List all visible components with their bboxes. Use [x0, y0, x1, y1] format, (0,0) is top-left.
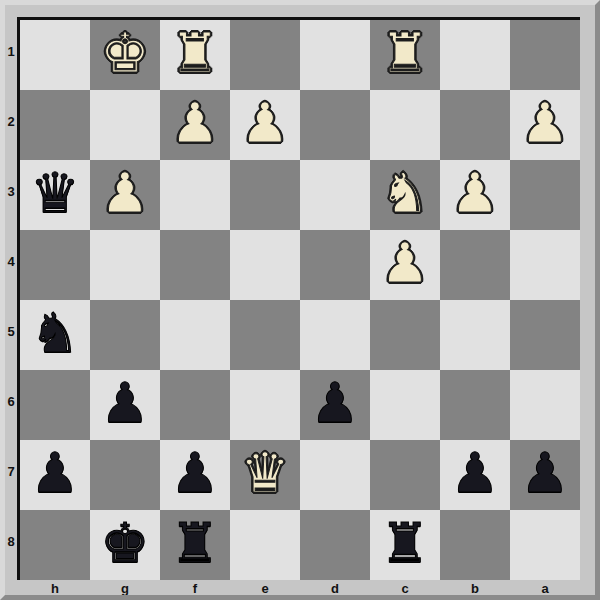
- file-label-e: e: [230, 580, 300, 597]
- square-b2[interactable]: [440, 90, 510, 160]
- square-h8[interactable]: [20, 510, 90, 580]
- square-a4[interactable]: [510, 230, 580, 300]
- square-d5[interactable]: [300, 300, 370, 370]
- square-g3[interactable]: ♟: [90, 160, 160, 230]
- rank-label-6: 6: [5, 367, 17, 437]
- file-label-c: c: [370, 580, 440, 597]
- square-f6[interactable]: [160, 370, 230, 440]
- file-label-d: d: [300, 580, 370, 597]
- square-b3[interactable]: ♟: [440, 160, 510, 230]
- rank-label-7: 7: [5, 437, 17, 507]
- rank-label-1: 1: [5, 17, 17, 87]
- white-pawn-c4: ♟: [380, 230, 429, 298]
- square-d8[interactable]: [300, 510, 370, 580]
- square-e7[interactable]: ♛: [230, 440, 300, 510]
- square-b4[interactable]: [440, 230, 510, 300]
- square-b8[interactable]: [440, 510, 510, 580]
- square-d1[interactable]: [300, 20, 370, 90]
- square-d3[interactable]: [300, 160, 370, 230]
- square-a2[interactable]: ♟: [510, 90, 580, 160]
- square-c1[interactable]: ♜: [370, 20, 440, 90]
- square-c6[interactable]: [370, 370, 440, 440]
- file-label-g: g: [90, 580, 160, 597]
- rank-label-5: 5: [5, 297, 17, 367]
- white-pawn-a2: ♟: [520, 90, 569, 158]
- white-pawn-b3: ♟: [450, 160, 499, 228]
- file-label-h: h: [20, 580, 90, 597]
- square-d7[interactable]: [300, 440, 370, 510]
- square-h7[interactable]: ♟: [20, 440, 90, 510]
- white-queen-e7: ♛: [240, 440, 289, 508]
- square-c3[interactable]: ♞: [370, 160, 440, 230]
- square-f5[interactable]: [160, 300, 230, 370]
- square-f4[interactable]: [160, 230, 230, 300]
- square-g1[interactable]: ♚: [90, 20, 160, 90]
- square-b7[interactable]: ♟: [440, 440, 510, 510]
- square-c8[interactable]: ♜: [370, 510, 440, 580]
- rank-label-8: 8: [5, 507, 17, 577]
- square-e3[interactable]: [230, 160, 300, 230]
- square-a8[interactable]: [510, 510, 580, 580]
- black-pawn-g6: ♟: [100, 370, 149, 438]
- square-g4[interactable]: [90, 230, 160, 300]
- square-f3[interactable]: [160, 160, 230, 230]
- square-c7[interactable]: [370, 440, 440, 510]
- square-a6[interactable]: [510, 370, 580, 440]
- square-g8[interactable]: ♚: [90, 510, 160, 580]
- square-a5[interactable]: [510, 300, 580, 370]
- file-label-b: b: [440, 580, 510, 597]
- square-b5[interactable]: [440, 300, 510, 370]
- black-rook-c8: ♜: [380, 510, 429, 578]
- white-rook-c1: ♜: [380, 20, 429, 88]
- square-c4[interactable]: ♟: [370, 230, 440, 300]
- square-g2[interactable]: [90, 90, 160, 160]
- white-pawn-g3: ♟: [100, 160, 149, 228]
- black-pawn-a7: ♟: [520, 440, 569, 508]
- square-e4[interactable]: [230, 230, 300, 300]
- square-e2[interactable]: ♟: [230, 90, 300, 160]
- square-e5[interactable]: [230, 300, 300, 370]
- white-pawn-e2: ♟: [240, 90, 289, 158]
- square-d6[interactable]: ♟: [300, 370, 370, 440]
- square-g7[interactable]: [90, 440, 160, 510]
- black-king-g8: ♚: [100, 510, 149, 578]
- black-knight-h5: ♞: [30, 300, 79, 368]
- square-f8[interactable]: ♜: [160, 510, 230, 580]
- black-queen-h3: ♛: [30, 160, 79, 228]
- square-a7[interactable]: ♟: [510, 440, 580, 510]
- white-king-g1: ♚: [100, 20, 149, 88]
- square-d4[interactable]: [300, 230, 370, 300]
- white-rook-f1: ♜: [170, 20, 219, 88]
- square-c2[interactable]: [370, 90, 440, 160]
- rank-label-4: 4: [5, 227, 17, 297]
- white-pawn-f2: ♟: [170, 90, 219, 158]
- square-a1[interactable]: [510, 20, 580, 90]
- square-h2[interactable]: [20, 90, 90, 160]
- square-f7[interactable]: ♟: [160, 440, 230, 510]
- black-pawn-f7: ♟: [170, 440, 219, 508]
- rank-label-2: 2: [5, 87, 17, 157]
- square-g6[interactable]: ♟: [90, 370, 160, 440]
- diagram-frame: ♚♜♜♟♟♟♛♟♞♟♟♞♟♟♟♟♛♟♟♚♜♜ 12345678 hgfedcba: [0, 0, 600, 600]
- square-f1[interactable]: ♜: [160, 20, 230, 90]
- chess-board: ♚♜♜♟♟♟♛♟♞♟♟♞♟♟♟♟♛♟♟♚♜♜: [17, 17, 580, 580]
- square-h3[interactable]: ♛: [20, 160, 90, 230]
- square-h1[interactable]: [20, 20, 90, 90]
- square-h6[interactable]: [20, 370, 90, 440]
- square-g5[interactable]: [90, 300, 160, 370]
- square-e8[interactable]: [230, 510, 300, 580]
- square-f2[interactable]: ♟: [160, 90, 230, 160]
- square-h4[interactable]: [20, 230, 90, 300]
- square-a3[interactable]: [510, 160, 580, 230]
- square-e1[interactable]: [230, 20, 300, 90]
- square-b1[interactable]: [440, 20, 510, 90]
- square-d2[interactable]: [300, 90, 370, 160]
- square-c5[interactable]: [370, 300, 440, 370]
- black-pawn-d6: ♟: [310, 370, 359, 438]
- square-b6[interactable]: [440, 370, 510, 440]
- black-rook-f8: ♜: [170, 510, 219, 578]
- black-pawn-b7: ♟: [450, 440, 499, 508]
- rank-label-3: 3: [5, 157, 17, 227]
- white-knight-c3: ♞: [380, 160, 429, 228]
- square-e6[interactable]: [230, 370, 300, 440]
- file-label-a: a: [510, 580, 580, 597]
- black-pawn-h7: ♟: [30, 440, 79, 508]
- file-label-f: f: [160, 580, 230, 597]
- square-h5[interactable]: ♞: [20, 300, 90, 370]
